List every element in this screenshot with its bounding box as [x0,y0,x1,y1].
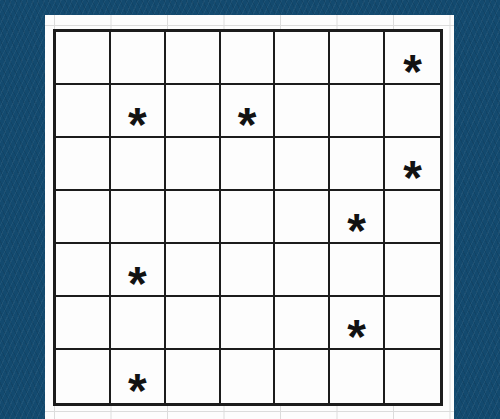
grid-cell-r3c5[interactable] [275,138,330,191]
grid-cell-r5c6[interactable] [330,244,385,297]
grid-cell-r7c1[interactable] [56,350,111,403]
grid-cell-r4c1[interactable] [56,191,111,244]
grid-cell-r1c5[interactable] [275,32,330,85]
grid-cell-r7c3[interactable] [166,350,221,403]
star-glyph: * [238,101,257,138]
grid-cell-r4c5[interactable] [275,191,330,244]
grid-cell-r4c6[interactable]: * [330,191,385,244]
grid-cell-r6c7[interactable] [385,297,440,350]
grid-cell-r7c2[interactable]: * [111,350,166,403]
grid-cell-r6c1[interactable] [56,297,111,350]
grid-cell-r2c4[interactable]: * [221,85,276,138]
worksheet-canvas: ******** [45,15,454,419]
grid-cell-r7c4[interactable] [221,350,276,403]
grid-cell-r5c4[interactable] [221,244,276,297]
star-glyph: * [128,367,147,403]
star-glyph: * [128,101,147,138]
grid-cell-r2c5[interactable] [275,85,330,138]
grid-cell-r5c5[interactable] [275,244,330,297]
grid-cell-r7c6[interactable] [330,350,385,403]
page-background: ******** [0,0,500,419]
grid-cell-r6c2[interactable] [111,297,166,350]
grid-cell-r3c3[interactable] [166,138,221,191]
grid-cell-r4c3[interactable] [166,191,221,244]
grid-cell-r1c2[interactable] [111,32,166,85]
grid-cell-r2c6[interactable] [330,85,385,138]
grid-cell-r2c7[interactable] [385,85,440,138]
star-glyph: * [403,48,422,85]
grid-cell-r3c2[interactable] [111,138,166,191]
grid-cell-r6c6[interactable]: * [330,297,385,350]
grid-cell-r7c5[interactable] [275,350,330,403]
grid-cell-r3c4[interactable] [221,138,276,191]
grid-cell-r1c3[interactable] [166,32,221,85]
star-glyph: * [347,207,366,244]
grid-cell-r2c1[interactable] [56,85,111,138]
grid-cell-r6c3[interactable] [166,297,221,350]
grid-cell-r7c7[interactable] [385,350,440,403]
grid-cell-r5c2[interactable]: * [111,244,166,297]
worksheet-gridline-bottom [45,411,454,412]
grid-cell-r6c4[interactable] [221,297,276,350]
grid-cell-r4c4[interactable] [221,191,276,244]
grid-cell-r4c7[interactable] [385,191,440,244]
grid-cell-r1c7[interactable]: * [385,32,440,85]
grid-cell-r4c2[interactable] [111,191,166,244]
worksheet-gridline-top [45,25,454,26]
grid-cell-r5c1[interactable] [56,244,111,297]
star-glyph: * [403,154,422,191]
puzzle-board: ******** [53,29,443,406]
grid-cell-r1c1[interactable] [56,32,111,85]
grid-cell-r6c5[interactable] [275,297,330,350]
grid-cell-r2c2[interactable]: * [111,85,166,138]
grid-cell-r1c6[interactable] [330,32,385,85]
grid-cell-r5c7[interactable] [385,244,440,297]
grid-cell-r3c7[interactable]: * [385,138,440,191]
grid-cell-r1c4[interactable] [221,32,276,85]
grid-cell-r3c6[interactable] [330,138,385,191]
star-glyph: * [128,260,147,297]
grid-cell-r2c3[interactable] [166,85,221,138]
grid-cell-r3c1[interactable] [56,138,111,191]
grid-cell-r5c3[interactable] [166,244,221,297]
star-glyph: * [347,313,366,350]
